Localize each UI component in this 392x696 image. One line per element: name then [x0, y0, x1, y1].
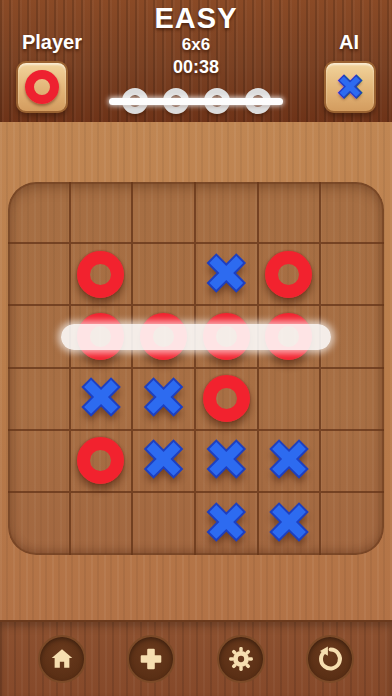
bottom-toolbar — [0, 635, 392, 687]
cell-r6c5[interactable]: ✖ — [259, 493, 322, 555]
gear-icon — [227, 645, 255, 673]
add-button[interactable] — [127, 635, 175, 683]
cell-r4c3[interactable]: ✖ — [133, 369, 196, 431]
cell-r2c3[interactable] — [133, 244, 196, 306]
x-piece: ✖ — [203, 496, 249, 551]
x-piece: ✖ — [141, 433, 187, 488]
undo-icon — [316, 645, 344, 673]
cell-r4c1[interactable] — [8, 369, 71, 431]
game-screen: EASY Player AI 6x6 00:38 ✖ ✖✖✖✖✖✖✖✖ — [0, 0, 392, 696]
cell-r6c2[interactable] — [71, 493, 134, 555]
cell-r2c1[interactable] — [8, 244, 71, 306]
cell-r6c4[interactable]: ✖ — [196, 493, 259, 555]
x-piece: ✖ — [141, 371, 187, 426]
rings-bar — [109, 98, 283, 105]
board-size-label: 6x6 — [0, 35, 392, 55]
o-piece — [77, 251, 124, 298]
cell-r2c2[interactable] — [71, 244, 134, 306]
cell-r5c1[interactable] — [8, 431, 71, 493]
x-piece-icon: ✖ — [336, 70, 365, 104]
cell-r1c2[interactable] — [71, 182, 134, 244]
x-piece: ✖ — [266, 496, 312, 551]
plus-icon — [138, 646, 164, 672]
cell-r6c6[interactable] — [321, 493, 384, 555]
cell-r1c6[interactable] — [321, 182, 384, 244]
cell-r2c5[interactable] — [259, 244, 322, 306]
home-icon — [49, 646, 75, 672]
o-piece — [77, 437, 124, 484]
cell-r1c1[interactable] — [8, 182, 71, 244]
cell-r4c6[interactable] — [321, 369, 384, 431]
cell-r4c4[interactable] — [196, 369, 259, 431]
cell-r2c4[interactable]: ✖ — [196, 244, 259, 306]
cell-r1c3[interactable] — [133, 182, 196, 244]
player-piece-tile — [16, 61, 68, 113]
cell-r1c5[interactable] — [259, 182, 322, 244]
board: ✖✖✖✖✖✖✖✖ — [8, 182, 384, 555]
cell-r5c2[interactable] — [71, 431, 134, 493]
o-piece — [203, 375, 250, 422]
x-piece: ✖ — [266, 433, 312, 488]
cell-r5c6[interactable] — [321, 431, 384, 493]
cell-r4c2[interactable]: ✖ — [71, 369, 134, 431]
x-piece: ✖ — [203, 433, 249, 488]
cell-r1c4[interactable] — [196, 182, 259, 244]
cell-r4c5[interactable] — [259, 369, 322, 431]
x-piece: ✖ — [203, 247, 249, 302]
binder-rings-decoration — [107, 85, 285, 117]
home-button[interactable] — [38, 635, 86, 683]
cell-r5c3[interactable]: ✖ — [133, 431, 196, 493]
cell-r5c5[interactable]: ✖ — [259, 431, 322, 493]
x-piece: ✖ — [78, 371, 124, 426]
board-grid: ✖✖✖✖✖✖✖✖ — [8, 182, 384, 555]
o-piece — [265, 251, 312, 298]
o-piece-icon — [25, 70, 59, 104]
ai-piece-tile: ✖ — [324, 61, 376, 113]
cell-r6c1[interactable] — [8, 493, 71, 555]
winning-line-highlight — [61, 324, 332, 350]
cell-r6c3[interactable] — [133, 493, 196, 555]
settings-button[interactable] — [217, 635, 265, 683]
cell-r5c4[interactable]: ✖ — [196, 431, 259, 493]
cell-r2c6[interactable] — [321, 244, 384, 306]
undo-button[interactable] — [306, 635, 354, 683]
